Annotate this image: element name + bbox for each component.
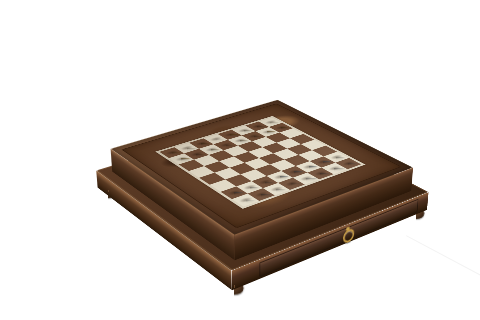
backdrop-crease xyxy=(406,235,480,302)
piece-glyph: ♟ xyxy=(171,138,192,161)
piece-glyph: ♜ xyxy=(233,175,258,203)
